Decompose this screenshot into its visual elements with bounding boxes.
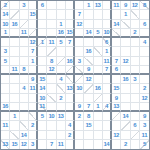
cell-r4c8-empty[interactable] bbox=[75, 38, 84, 47]
cell-r6c7-given-16[interactable]: 16 bbox=[66, 57, 75, 66]
cell-r4c4-given-1[interactable]: 1 bbox=[38, 38, 47, 47]
cell-r14c3-empty[interactable] bbox=[29, 131, 38, 140]
cell-r5c4-empty[interactable] bbox=[38, 47, 47, 56]
cell-r9c10-given-16[interactable]: 16 bbox=[94, 84, 103, 93]
cell-r10c10-empty[interactable] bbox=[94, 94, 103, 103]
cell-r6c0-given-5[interactable]: 5 bbox=[1, 57, 10, 66]
cell-r7c2-given-8[interactable]: 8 bbox=[20, 66, 29, 75]
cell-r1c12-empty[interactable] bbox=[112, 10, 121, 19]
cell-r7c14-empty[interactable] bbox=[131, 66, 140, 75]
cell-r4c0-empty[interactable] bbox=[1, 38, 10, 47]
cell-r4c13-empty[interactable] bbox=[121, 38, 130, 47]
cell-r7c6-empty[interactable] bbox=[57, 66, 66, 75]
cell-r5c13-empty[interactable] bbox=[121, 47, 130, 56]
cell-r13c6-empty[interactable] bbox=[57, 121, 66, 130]
cell-r15c8-empty[interactable] bbox=[75, 140, 84, 149]
cell-r0c0-given-2[interactable]: 2 bbox=[1, 1, 10, 10]
cell-r9c15-given-2[interactable]: 2 bbox=[140, 84, 149, 93]
cell-r6c11-given-11[interactable]: 11 bbox=[103, 57, 112, 66]
cell-r15c7-empty[interactable] bbox=[66, 140, 75, 149]
cell-r15c3-given-3[interactable]: 3 bbox=[29, 140, 38, 149]
cell-r4c2-empty[interactable] bbox=[20, 38, 29, 47]
cell-r3c12-empty[interactable] bbox=[112, 29, 121, 38]
cell-r6c10-empty[interactable] bbox=[94, 57, 103, 66]
cell-r13c13-empty[interactable] bbox=[121, 121, 130, 130]
cell-r13c4-empty[interactable] bbox=[38, 121, 47, 130]
cell-r6c3-given-1[interactable]: 1 bbox=[29, 57, 38, 66]
cell-r3c3-empty[interactable] bbox=[29, 29, 38, 38]
cell-r12c1-given-1[interactable]: 1 bbox=[10, 112, 19, 121]
cell-r8c10-empty[interactable] bbox=[94, 75, 103, 84]
cell-r8c11-empty[interactable] bbox=[103, 75, 112, 84]
cell-r7c1-given-11[interactable]: 11 bbox=[10, 66, 19, 75]
cell-r5c14-empty[interactable] bbox=[131, 47, 140, 56]
cell-r14c15-given-11[interactable]: 11 bbox=[140, 131, 149, 140]
cell-r9c0-empty[interactable] bbox=[1, 84, 10, 93]
cell-r5c15-empty[interactable] bbox=[140, 47, 149, 56]
cell-r14c5-empty[interactable] bbox=[47, 131, 56, 140]
cell-r1c15-empty[interactable] bbox=[140, 10, 149, 19]
cell-r10c7-empty[interactable] bbox=[66, 94, 75, 103]
cell-r8c14-given-3[interactable]: 3 bbox=[131, 75, 140, 84]
cell-r2c7-empty[interactable] bbox=[66, 20, 75, 29]
cell-r0c3-empty[interactable] bbox=[29, 1, 38, 10]
cell-r2c13-empty[interactable] bbox=[121, 20, 130, 29]
cell-r0c6-empty[interactable] bbox=[57, 1, 66, 10]
cell-r0c8-empty[interactable] bbox=[75, 1, 84, 10]
cell-r2c14-empty[interactable] bbox=[131, 20, 140, 29]
cell-r0c2-given-3[interactable]: 3 bbox=[20, 1, 29, 10]
cell-r3c9-given-14[interactable]: 14 bbox=[84, 29, 93, 38]
cell-r9c14-empty[interactable] bbox=[131, 84, 140, 93]
cell-r11c15-empty[interactable] bbox=[140, 103, 149, 112]
cell-r5c6-empty[interactable] bbox=[57, 47, 66, 56]
cell-r0c1-empty[interactable] bbox=[10, 1, 19, 10]
cell-r3c5-empty[interactable] bbox=[47, 29, 56, 38]
cell-r9c6-empty[interactable] bbox=[57, 84, 66, 93]
cell-r11c4-given-11[interactable]: 11 bbox=[38, 103, 47, 112]
cell-r5c2-empty[interactable] bbox=[20, 47, 29, 56]
cell-r7c3-empty[interactable] bbox=[29, 66, 38, 75]
cell-r9c8-given-10[interactable]: 10 bbox=[75, 84, 84, 93]
cell-r5c0-given-3[interactable]: 3 bbox=[1, 47, 10, 56]
cell-r2c3-empty[interactable] bbox=[29, 20, 38, 29]
cell-r1c3-given-15[interactable]: 15 bbox=[29, 10, 38, 19]
cell-r1c14-empty[interactable] bbox=[131, 10, 140, 19]
cell-r7c10-empty[interactable] bbox=[94, 66, 103, 75]
cell-r1c5-empty[interactable] bbox=[47, 10, 56, 19]
cell-r13c10-empty[interactable] bbox=[94, 121, 103, 130]
cell-r14c12-given-12[interactable]: 12 bbox=[112, 131, 121, 140]
cell-r12c14-empty[interactable] bbox=[131, 112, 140, 121]
cell-r10c3-empty[interactable] bbox=[29, 94, 38, 103]
cell-r6c2-empty[interactable] bbox=[20, 57, 29, 66]
cell-r2c4-empty[interactable] bbox=[38, 20, 47, 29]
cell-r1c4-empty[interactable] bbox=[38, 10, 47, 19]
cell-r0c13-given-9[interactable]: 9 bbox=[121, 1, 130, 10]
cell-r3c8-empty[interactable] bbox=[75, 29, 84, 38]
cell-r1c7-empty[interactable] bbox=[66, 10, 75, 19]
cell-r10c5-empty[interactable] bbox=[47, 94, 56, 103]
sudoku-board: 2361131191281415711016112146111161514510… bbox=[0, 0, 150, 150]
cell-r2c5-empty[interactable] bbox=[47, 20, 56, 29]
cell-r3c7-given-15[interactable]: 15 bbox=[66, 29, 75, 38]
cell-r13c15-given-3[interactable]: 3 bbox=[140, 121, 149, 130]
cell-r8c4-given-15[interactable]: 15 bbox=[38, 75, 47, 84]
cell-r13c14-given-6[interactable]: 6 bbox=[131, 121, 140, 130]
cell-r9c1-empty[interactable] bbox=[10, 84, 19, 93]
cell-r13c12-empty[interactable] bbox=[112, 121, 121, 130]
cell-r12c15-given-9[interactable]: 9 bbox=[140, 112, 149, 121]
cell-r9c13-empty[interactable] bbox=[121, 84, 130, 93]
cell-r5c10-empty[interactable] bbox=[94, 47, 103, 56]
cell-r3c15-empty[interactable] bbox=[140, 29, 149, 38]
cell-r8c2-empty[interactable] bbox=[20, 75, 29, 84]
cell-r11c1-empty[interactable] bbox=[10, 103, 19, 112]
cell-r5c7-empty[interactable] bbox=[66, 47, 75, 56]
cell-r7c12-given-6[interactable]: 6 bbox=[112, 66, 121, 75]
cell-r11c12-given-13[interactable]: 13 bbox=[112, 103, 121, 112]
cell-r5c1-empty[interactable] bbox=[10, 47, 19, 56]
cell-r12c4-given-5[interactable]: 5 bbox=[38, 112, 47, 121]
cell-r8c12-empty[interactable] bbox=[112, 75, 121, 84]
cell-r8c15-empty[interactable] bbox=[140, 75, 149, 84]
cell-r14c1-empty[interactable] bbox=[10, 131, 19, 140]
cell-r11c2-empty[interactable] bbox=[20, 103, 29, 112]
cell-r12c5-given-10[interactable]: 10 bbox=[47, 112, 56, 121]
cell-r4c3-given-12[interactable]: 12 bbox=[29, 38, 38, 47]
cell-r12c13-given-14[interactable]: 14 bbox=[121, 112, 130, 121]
cell-r2c2-empty[interactable] bbox=[20, 20, 29, 29]
cell-r2c1-given-16[interactable]: 16 bbox=[10, 20, 19, 29]
cell-r2c15-given-6[interactable]: 6 bbox=[140, 20, 149, 29]
cell-r9c5-empty[interactable] bbox=[47, 84, 56, 93]
cell-r15c10-empty[interactable] bbox=[94, 140, 103, 149]
cell-r6c8-given-3[interactable]: 3 bbox=[75, 57, 84, 66]
cell-r11c13-empty[interactable] bbox=[121, 103, 130, 112]
cell-r7c5-given-12[interactable]: 12 bbox=[47, 66, 56, 75]
cell-r13c8-empty[interactable] bbox=[75, 121, 84, 130]
cell-r12c3-empty[interactable] bbox=[29, 112, 38, 121]
cell-r7c4-empty[interactable] bbox=[38, 66, 47, 75]
cell-r8c1-empty[interactable] bbox=[10, 75, 19, 84]
cell-r0c12-given-11[interactable]: 11 bbox=[112, 1, 121, 10]
cell-r14c0-empty[interactable] bbox=[1, 131, 10, 140]
cell-r14c2-given-14[interactable]: 14 bbox=[20, 131, 29, 140]
cell-r10c6-given-2[interactable]: 2 bbox=[57, 94, 66, 103]
cell-r5c9-given-16[interactable]: 16 bbox=[84, 47, 93, 56]
cell-r15c4-empty[interactable] bbox=[38, 140, 47, 149]
cell-r13c7-given-4[interactable]: 4 bbox=[66, 121, 75, 130]
cell-r2c0-given-10[interactable]: 10 bbox=[1, 20, 10, 29]
cell-r14c9-empty[interactable] bbox=[84, 131, 93, 140]
cell-r13c1-empty[interactable] bbox=[10, 121, 19, 130]
cell-r12c12-empty[interactable] bbox=[112, 112, 121, 121]
cell-r3c0-given-1[interactable]: 1 bbox=[1, 29, 10, 38]
cell-r3c14-given-2[interactable]: 2 bbox=[131, 29, 140, 38]
cell-r2c11-empty[interactable] bbox=[103, 20, 112, 29]
cell-r8c0-empty[interactable] bbox=[1, 75, 10, 84]
cell-r15c15-given-5[interactable]: 5 bbox=[140, 140, 149, 149]
cell-r15c6-given-11[interactable]: 11 bbox=[57, 140, 66, 149]
cell-r8c3-given-9[interactable]: 9 bbox=[29, 75, 38, 84]
cell-r12c0-empty[interactable] bbox=[1, 112, 10, 121]
cell-r5c11-given-1[interactable]: 1 bbox=[103, 47, 112, 56]
cell-r7c8-empty[interactable] bbox=[75, 66, 84, 75]
cell-r7c0-empty[interactable] bbox=[1, 66, 10, 75]
cell-r13c11-empty[interactable] bbox=[103, 121, 112, 130]
cell-r10c2-empty[interactable] bbox=[20, 94, 29, 103]
cell-r15c1-given-15[interactable]: 15 bbox=[10, 140, 19, 149]
cell-r3c13-empty[interactable] bbox=[121, 29, 130, 38]
cell-r6c4-empty[interactable] bbox=[38, 57, 47, 66]
cell-r1c1-empty[interactable] bbox=[10, 10, 19, 19]
cell-r6c5-given-8[interactable]: 8 bbox=[47, 57, 56, 66]
cell-r11c3-empty[interactable] bbox=[29, 103, 38, 112]
cell-r4c12-empty[interactable] bbox=[112, 38, 121, 47]
cell-r8c5-empty[interactable] bbox=[47, 75, 56, 84]
cell-r3c6-given-16[interactable]: 16 bbox=[57, 29, 66, 38]
cell-r10c12-given-9[interactable]: 9 bbox=[112, 94, 121, 103]
cell-r10c13-empty[interactable] bbox=[121, 94, 130, 103]
cell-r7c7-empty[interactable] bbox=[66, 66, 75, 75]
cell-r9c3-given-11[interactable]: 11 bbox=[29, 84, 38, 93]
cell-r5c8-empty[interactable] bbox=[75, 47, 84, 56]
cell-r15c2-given-12[interactable]: 12 bbox=[20, 140, 29, 149]
cell-r6c12-given-7[interactable]: 7 bbox=[112, 57, 121, 66]
cell-r10c15-given-12[interactable]: 12 bbox=[140, 94, 149, 103]
cell-r0c11-empty[interactable] bbox=[103, 1, 112, 10]
cell-r8c13-given-16[interactable]: 16 bbox=[121, 75, 130, 84]
cell-r15c14-empty[interactable] bbox=[131, 140, 140, 149]
cell-r14c7-given-2[interactable]: 2 bbox=[66, 131, 75, 140]
cell-r10c1-empty[interactable] bbox=[10, 94, 19, 103]
cell-r1c0-given-14[interactable]: 14 bbox=[1, 10, 10, 19]
cell-r0c10-given-13[interactable]: 13 bbox=[94, 1, 103, 10]
cell-r10c9-empty[interactable] bbox=[84, 94, 93, 103]
cell-r1c8-given-7[interactable]: 7 bbox=[75, 10, 84, 19]
cell-r11c0-given-16[interactable]: 16 bbox=[1, 103, 10, 112]
cell-r11c8-given-9[interactable]: 9 bbox=[75, 103, 84, 112]
cell-r14c10-empty[interactable] bbox=[94, 131, 103, 140]
cell-r1c9-empty[interactable] bbox=[84, 10, 93, 19]
cell-r15c5-given-7[interactable]: 7 bbox=[47, 140, 56, 149]
cell-r10c8-empty[interactable] bbox=[75, 94, 84, 103]
cell-r8c9-given-12[interactable]: 12 bbox=[84, 75, 93, 84]
cell-r14c11-empty[interactable] bbox=[103, 131, 112, 140]
cell-r11c14-empty[interactable] bbox=[131, 103, 140, 112]
cell-r5c3-given-7[interactable]: 7 bbox=[29, 47, 38, 56]
cell-r4c10-empty[interactable] bbox=[94, 38, 103, 47]
cell-r3c1-empty[interactable] bbox=[10, 29, 19, 38]
cell-r0c7-empty[interactable] bbox=[66, 1, 75, 10]
cell-r15c13-given-2[interactable]: 2 bbox=[121, 140, 130, 149]
cell-r15c11-given-14[interactable]: 14 bbox=[103, 140, 112, 149]
cell-r5c12-empty[interactable] bbox=[112, 47, 121, 56]
cell-r11c7-empty[interactable] bbox=[66, 103, 75, 112]
cell-r9c11-empty[interactable] bbox=[103, 84, 112, 93]
cell-r7c9-given-9[interactable]: 9 bbox=[84, 66, 93, 75]
cell-r9c9-empty[interactable] bbox=[84, 84, 93, 93]
cell-r12c7-empty[interactable] bbox=[66, 112, 75, 121]
cell-r4c14-empty[interactable] bbox=[131, 38, 140, 47]
cell-r9c2-given-4[interactable]: 4 bbox=[20, 84, 29, 93]
cell-r11c5-empty[interactable] bbox=[47, 103, 56, 112]
cell-r13c0-given-11[interactable]: 11 bbox=[1, 121, 10, 130]
cell-r14c13-empty[interactable] bbox=[121, 131, 130, 140]
cell-r12c2-empty[interactable] bbox=[20, 112, 29, 121]
cell-r2c12-given-14[interactable]: 14 bbox=[112, 20, 121, 29]
cell-r13c9-given-15[interactable]: 15 bbox=[84, 121, 93, 130]
cell-r2c10-empty[interactable] bbox=[94, 20, 103, 29]
cell-r4c5-given-11[interactable]: 11 bbox=[47, 38, 56, 47]
cell-r3c2-given-11[interactable]: 11 bbox=[20, 29, 29, 38]
cell-r6c6-empty[interactable] bbox=[57, 57, 66, 66]
cell-r3c4-empty[interactable] bbox=[38, 29, 47, 38]
cell-r13c5-empty[interactable] bbox=[47, 121, 56, 130]
cell-r14c8-empty[interactable] bbox=[75, 131, 84, 140]
cell-r0c5-empty[interactable] bbox=[47, 1, 56, 10]
cell-r15c0-given-13[interactable]: 13 bbox=[1, 140, 10, 149]
cell-r12c11-empty[interactable] bbox=[103, 112, 112, 121]
cell-r8c6-given-4[interactable]: 4 bbox=[57, 75, 66, 84]
cell-r10c0-empty[interactable] bbox=[1, 94, 10, 103]
cell-r12c8-given-2[interactable]: 2 bbox=[75, 112, 84, 121]
cell-r12c10-empty[interactable] bbox=[94, 112, 103, 121]
cell-r4c11-given-6[interactable]: 6 bbox=[103, 38, 112, 47]
cell-r2c9-empty[interactable] bbox=[84, 20, 93, 29]
cell-r9c12-given-15[interactable]: 15 bbox=[112, 84, 121, 93]
cell-r8c7-empty[interactable] bbox=[66, 75, 75, 84]
cell-r0c14-given-12[interactable]: 12 bbox=[131, 1, 140, 10]
cell-r9c4-given-14[interactable]: 14 bbox=[38, 84, 47, 93]
cell-r3c11-given-10[interactable]: 10 bbox=[103, 29, 112, 38]
cell-r9c7-given-13[interactable]: 13 bbox=[66, 84, 75, 93]
cell-r11c9-given-7[interactable]: 7 bbox=[84, 103, 93, 112]
cell-r14c14-empty[interactable] bbox=[131, 131, 140, 140]
cell-r15c9-empty[interactable] bbox=[84, 140, 93, 149]
cell-r11c10-given-1[interactable]: 1 bbox=[94, 103, 103, 112]
cell-r13c3-given-2[interactable]: 2 bbox=[29, 121, 38, 130]
cell-r4c15-given-4[interactable]: 4 bbox=[140, 38, 149, 47]
cell-r1c13-given-1[interactable]: 1 bbox=[121, 10, 130, 19]
cell-r6c15-empty[interactable] bbox=[140, 57, 149, 66]
cell-r10c11-empty[interactable] bbox=[103, 94, 112, 103]
cell-r1c2-empty[interactable] bbox=[20, 10, 29, 19]
cell-r10c14-empty[interactable] bbox=[131, 94, 140, 103]
cell-r4c9-empty[interactable] bbox=[84, 38, 93, 47]
cell-r5c5-empty[interactable] bbox=[47, 47, 56, 56]
cell-r6c13-given-12[interactable]: 12 bbox=[121, 57, 130, 66]
cell-r6c1-empty[interactable] bbox=[10, 57, 19, 66]
cell-r10c4-given-10[interactable]: 10 bbox=[38, 94, 47, 103]
cell-r12c9-given-8[interactable]: 8 bbox=[84, 112, 93, 121]
cell-r0c15-given-8[interactable]: 8 bbox=[140, 1, 149, 10]
cell-r8c8-empty[interactable] bbox=[75, 75, 84, 84]
cell-r0c4-given-6[interactable]: 6 bbox=[38, 1, 47, 10]
cell-r14c6-empty[interactable] bbox=[57, 131, 66, 140]
cell-r1c10-empty[interactable] bbox=[94, 10, 103, 19]
cell-r12c6-given-13[interactable]: 13 bbox=[57, 112, 66, 121]
cell-r6c9-empty[interactable] bbox=[84, 57, 93, 66]
cell-r7c13-empty[interactable] bbox=[121, 66, 130, 75]
cell-r3c10-given-5[interactable]: 5 bbox=[94, 29, 103, 38]
cell-r11c11-given-4[interactable]: 4 bbox=[103, 103, 112, 112]
cell-r15c12-empty[interactable] bbox=[112, 140, 121, 149]
cell-r0c9-given-1[interactable]: 1 bbox=[84, 1, 93, 10]
cell-r13c2-empty[interactable] bbox=[20, 121, 29, 130]
cell-r4c7-given-7[interactable]: 7 bbox=[66, 38, 75, 47]
cell-r14c4-empty[interactable] bbox=[38, 131, 47, 140]
cell-r2c6-given-1[interactable]: 1 bbox=[57, 20, 66, 29]
cell-r11c6-empty[interactable] bbox=[57, 103, 66, 112]
cell-r4c1-empty[interactable] bbox=[10, 38, 19, 47]
cell-r4c6-given-5[interactable]: 5 bbox=[57, 38, 66, 47]
cell-r7c11-given-7[interactable]: 7 bbox=[103, 66, 112, 75]
cell-r1c11-empty[interactable] bbox=[103, 10, 112, 19]
cell-r6c14-empty[interactable] bbox=[131, 57, 140, 66]
cell-r7c15-empty[interactable] bbox=[140, 66, 149, 75]
cell-r2c8-given-12[interactable]: 12 bbox=[75, 20, 84, 29]
cell-r1c6-empty[interactable] bbox=[57, 10, 66, 19]
